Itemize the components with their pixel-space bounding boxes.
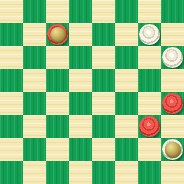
square-r1c7 (161, 23, 184, 46)
square-r0c0 (0, 0, 23, 23)
dark-square-2[interactable] (69, 0, 92, 23)
dark-square-21[interactable] (0, 115, 23, 138)
square-r4c4 (92, 92, 115, 115)
dark-square-3[interactable] (115, 0, 138, 23)
square-r6c2 (46, 138, 69, 161)
square-r0c4 (92, 0, 115, 23)
king-crown-icon (50, 27, 66, 43)
dark-square-26[interactable] (69, 138, 92, 161)
dark-square-6[interactable] (46, 23, 69, 46)
square-r7c1 (23, 161, 46, 184)
square-r0c6 (138, 0, 161, 23)
dark-square-19[interactable] (115, 92, 138, 115)
red-king-piece[interactable] (47, 24, 68, 45)
square-r4c0 (0, 92, 23, 115)
square-r2c0 (0, 46, 23, 69)
square-r3c5 (115, 69, 138, 92)
dark-square-7[interactable] (92, 23, 115, 46)
square-r6c4 (92, 138, 115, 161)
white-man-piece[interactable] (139, 24, 160, 45)
king-crown-icon (165, 142, 181, 158)
dark-square-18[interactable] (69, 92, 92, 115)
dark-square-8[interactable] (138, 23, 161, 46)
dark-square-25[interactable] (23, 138, 46, 161)
square-r7c5 (115, 161, 138, 184)
white-king-piece[interactable] (162, 139, 183, 160)
square-r6c0 (0, 138, 23, 161)
dark-square-24[interactable] (138, 115, 161, 138)
square-r7c3 (69, 161, 92, 184)
square-r2c6 (138, 46, 161, 69)
dark-square-28[interactable] (161, 138, 184, 161)
square-r1c1 (23, 23, 46, 46)
dark-square-23[interactable] (92, 115, 115, 138)
dark-square-14[interactable] (46, 69, 69, 92)
dark-square-16[interactable] (138, 69, 161, 92)
red-man-piece[interactable] (139, 116, 160, 137)
dark-square-11[interactable] (115, 46, 138, 69)
square-r3c1 (23, 69, 46, 92)
square-r2c2 (46, 46, 69, 69)
dark-square-15[interactable] (92, 69, 115, 92)
checkers-board (0, 0, 184, 184)
white-man-piece[interactable] (162, 47, 183, 68)
dark-square-29[interactable] (0, 161, 23, 184)
red-man-piece[interactable] (162, 93, 183, 114)
square-r7c7 (161, 161, 184, 184)
dark-square-12[interactable] (161, 46, 184, 69)
dark-square-10[interactable] (69, 46, 92, 69)
square-r0c2 (46, 0, 69, 23)
square-r3c3 (69, 69, 92, 92)
square-r5c1 (23, 115, 46, 138)
dark-square-4[interactable] (161, 0, 184, 23)
square-r4c6 (138, 92, 161, 115)
dark-square-5[interactable] (0, 23, 23, 46)
dark-square-9[interactable] (23, 46, 46, 69)
square-r4c2 (46, 92, 69, 115)
dark-square-22[interactable] (46, 115, 69, 138)
dark-square-27[interactable] (115, 138, 138, 161)
dark-square-17[interactable] (23, 92, 46, 115)
square-r5c5 (115, 115, 138, 138)
square-r3c7 (161, 69, 184, 92)
square-r1c5 (115, 23, 138, 46)
dark-square-20[interactable] (161, 92, 184, 115)
square-r2c4 (92, 46, 115, 69)
dark-square-1[interactable] (23, 0, 46, 23)
dark-square-32[interactable] (138, 161, 161, 184)
square-r6c6 (138, 138, 161, 161)
square-r1c3 (69, 23, 92, 46)
dark-square-31[interactable] (92, 161, 115, 184)
dark-square-13[interactable] (0, 69, 23, 92)
square-r5c7 (161, 115, 184, 138)
dark-square-30[interactable] (46, 161, 69, 184)
square-r5c3 (69, 115, 92, 138)
